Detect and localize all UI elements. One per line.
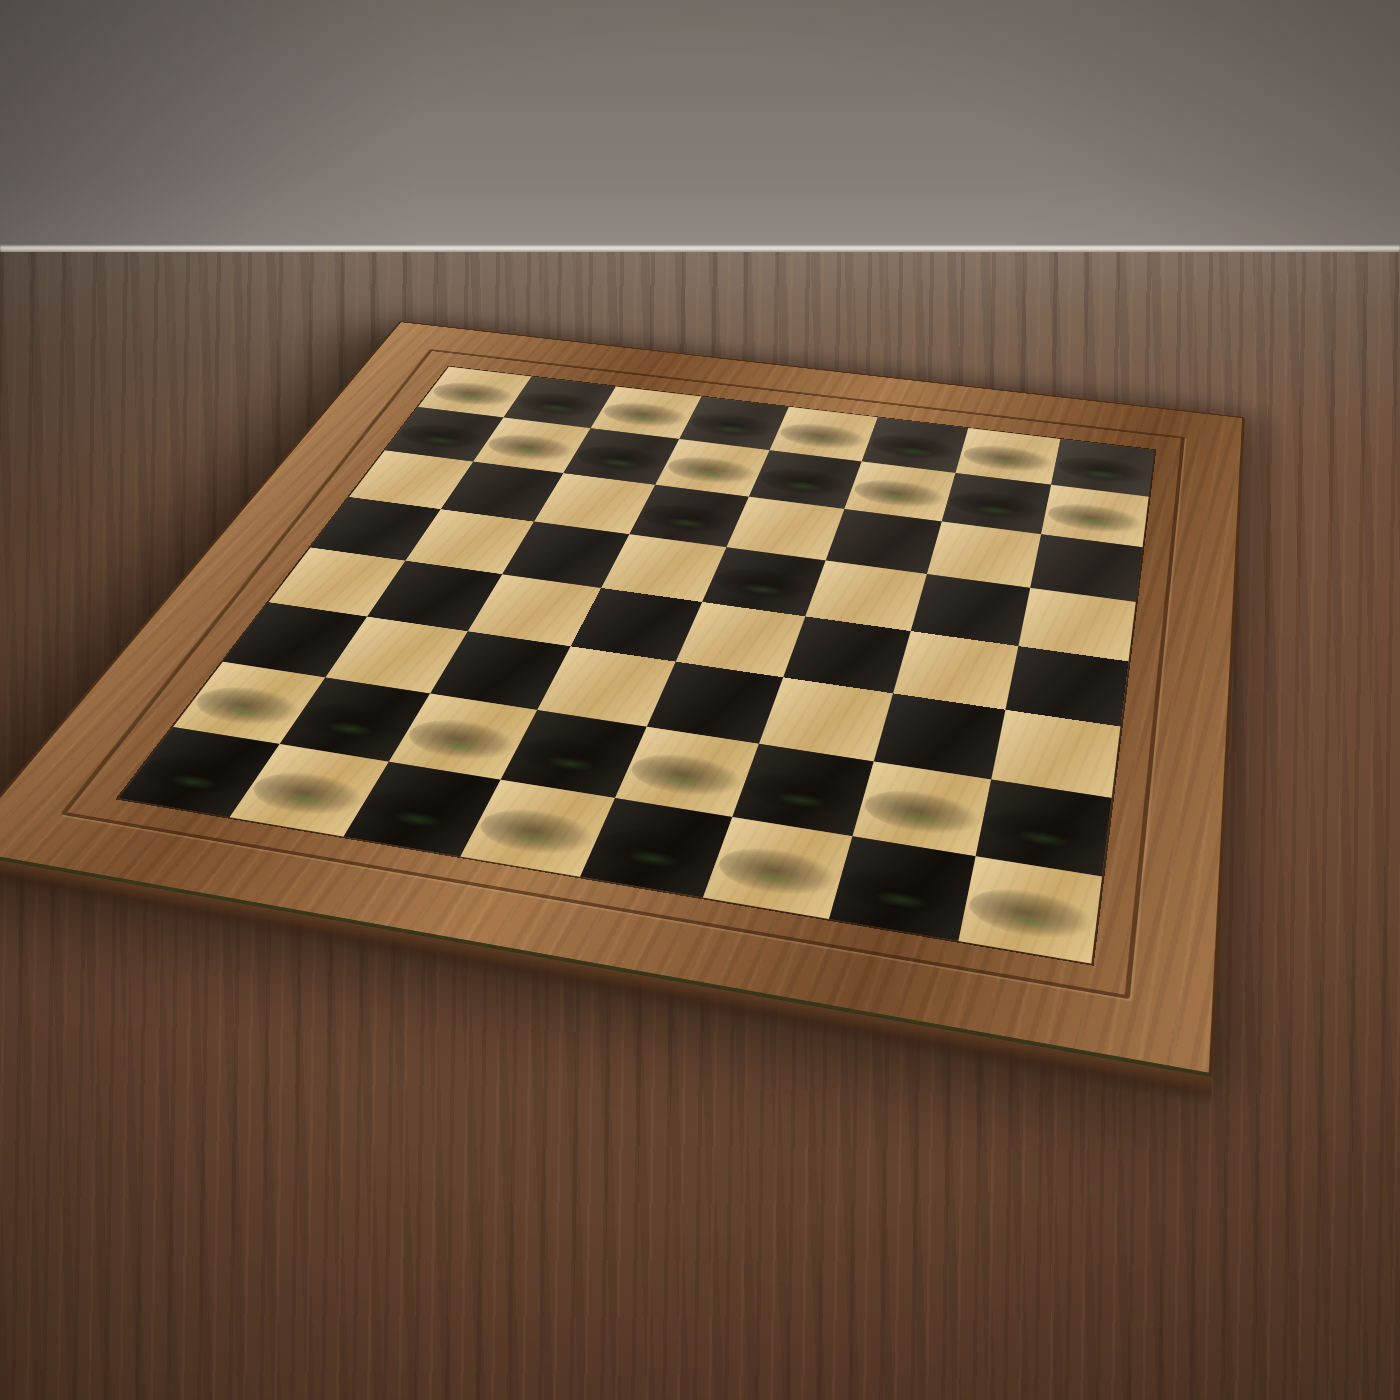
chessboard-scene: ♜♞♝♛♚♝♞♜♟♟♟♟♟♟♟♟♛♛♟♟♟♟♟♟♟♟♜♞♝♛♚♝♞♜ xyxy=(0,0,1400,1400)
white-rook-glyph: ♜ xyxy=(973,810,1084,924)
black-pawn-glyph: ♟ xyxy=(1059,451,1130,524)
black-pawn-glyph: ♟ xyxy=(960,440,1030,512)
square-f6[interactable] xyxy=(826,509,942,574)
white-knight-glyph: ♞ xyxy=(238,671,366,802)
white-bishop-glyph: ♝ xyxy=(710,750,838,881)
board-grid: ♜♞♝♛♚♝♞♜♟♟♟♟♟♟♟♟♛♛♟♟♟♟♟♟♟♟♜♞♝♛♚♝♞♜ xyxy=(118,367,1154,964)
board-frame: ♜♞♝♛♚♝♞♜♟♟♟♟♟♟♟♟♛♛♟♟♟♟♟♟♟♟♜♞♝♛♚♝♞♜ xyxy=(0,321,1245,1077)
white-knight-glyph: ♞ xyxy=(832,763,968,903)
black-pawn-glyph: ♟ xyxy=(863,428,933,499)
chessboard: ♜♞♝♛♚♝♞♜♟♟♟♟♟♟♟♟♛♛♟♟♟♟♟♟♟♟♜♞♝♛♚♝♞♜ xyxy=(0,321,1245,1077)
square-g5[interactable] xyxy=(911,574,1031,646)
square-f5[interactable] xyxy=(805,561,927,632)
black-pawn-glyph: ♟ xyxy=(494,384,561,453)
white-queen-glyph: ♛ xyxy=(704,474,818,591)
black-pawn-glyph: ♟ xyxy=(406,373,472,441)
white-bishop-glyph: ♝ xyxy=(354,695,477,821)
white-king-glyph: ♚ xyxy=(577,707,727,861)
white-rook-glyph: ♜ xyxy=(140,679,242,784)
square-h7[interactable]: ♟ xyxy=(1041,485,1149,547)
